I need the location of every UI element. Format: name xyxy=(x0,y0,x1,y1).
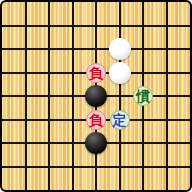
move-label-lose[interactable]: 負 xyxy=(86,110,106,130)
grid-line-vertical xyxy=(119,2,121,190)
go-board[interactable]: 負負慣定 xyxy=(0,0,192,192)
black-stone xyxy=(85,85,107,107)
white-stone xyxy=(109,62,131,84)
grid-line-vertical xyxy=(166,2,168,190)
move-label-settled[interactable]: 定 xyxy=(110,110,130,130)
white-stone xyxy=(109,38,131,60)
move-label-custom[interactable]: 慣 xyxy=(133,86,153,106)
black-stone xyxy=(85,132,107,154)
grid-line-horizontal xyxy=(2,166,190,168)
move-label-lose[interactable]: 負 xyxy=(86,63,106,83)
